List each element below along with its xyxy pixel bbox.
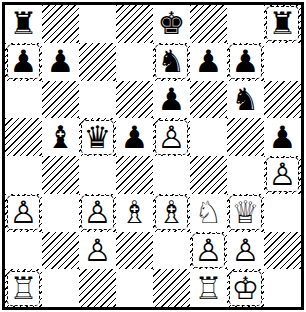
square-b8[interactable] [42, 5, 79, 43]
white-rook: ♖ [7, 271, 41, 306]
square-c6[interactable] [79, 81, 116, 119]
black-knight: ♞ [155, 44, 189, 79]
square-c5[interactable]: ♛ [79, 118, 116, 156]
square-f1[interactable]: ♖ [190, 269, 227, 307]
square-g4[interactable] [227, 156, 264, 194]
square-d7[interactable] [116, 43, 153, 81]
square-e6[interactable]: ♟ [153, 81, 190, 119]
square-c8[interactable] [79, 5, 116, 43]
square-g2[interactable]: ♙ [227, 232, 264, 270]
white-pawn: ♙ [266, 157, 300, 192]
white-pawn: ♙ [232, 235, 260, 266]
square-e5[interactable]: ♙ [153, 118, 190, 156]
square-h6[interactable] [264, 81, 301, 119]
square-f7[interactable]: ♟ [190, 43, 227, 81]
square-d5[interactable]: ♟ [116, 118, 153, 156]
square-g3[interactable]: ♕ [227, 194, 264, 232]
square-d8[interactable] [116, 5, 153, 43]
square-f4[interactable] [190, 156, 227, 194]
square-f8[interactable] [190, 5, 227, 43]
square-f3[interactable]: ♘ [190, 194, 227, 232]
square-h2[interactable] [264, 232, 301, 270]
black-knight: ♞ [232, 84, 260, 115]
square-d6[interactable] [116, 81, 153, 119]
square-b1[interactable] [42, 269, 79, 307]
square-f2[interactable]: ♙ [190, 232, 227, 270]
black-rook: ♜ [266, 6, 300, 41]
square-g8[interactable] [227, 5, 264, 43]
square-d4[interactable] [116, 156, 153, 194]
chess-diagram: ♜♚♜♟♟♞♟♟♟♞♝♛♟♙♟♙♙♙♗♗♘♕♙♙♙♖♖♔ [0, 0, 306, 312]
square-a1[interactable]: ♖ [5, 269, 42, 307]
black-pawn: ♟ [158, 84, 186, 115]
square-a6[interactable] [5, 81, 42, 119]
black-pawn: ♟ [121, 122, 149, 153]
square-c3[interactable]: ♙ [79, 194, 116, 232]
white-bishop: ♗ [155, 195, 189, 230]
square-e3[interactable]: ♗ [153, 194, 190, 232]
white-knight: ♘ [195, 197, 223, 228]
black-pawn: ♟ [7, 44, 41, 79]
square-e2[interactable] [153, 232, 190, 270]
square-c4[interactable] [79, 156, 116, 194]
square-d3[interactable]: ♗ [116, 194, 153, 232]
square-d1[interactable] [116, 269, 153, 307]
square-h5[interactable]: ♟ [264, 118, 301, 156]
square-f6[interactable] [190, 81, 227, 119]
square-e8[interactable]: ♚ [153, 5, 190, 43]
black-pawn: ♟ [47, 46, 75, 77]
square-g1[interactable]: ♔ [227, 269, 264, 307]
square-h8[interactable]: ♜ [264, 5, 301, 43]
white-bishop: ♗ [121, 197, 149, 228]
square-a4[interactable] [5, 156, 42, 194]
white-pawn: ♙ [7, 195, 41, 230]
square-c2[interactable]: ♙ [79, 232, 116, 270]
square-a5[interactable] [5, 118, 42, 156]
black-bishop: ♝ [47, 122, 75, 153]
black-queen: ♛ [81, 120, 115, 155]
square-h7[interactable] [264, 43, 301, 81]
square-d2[interactable] [116, 232, 153, 270]
square-h4[interactable]: ♙ [264, 156, 301, 194]
white-rook: ♖ [195, 273, 223, 304]
square-c7[interactable] [79, 43, 116, 81]
square-b7[interactable]: ♟ [42, 43, 79, 81]
square-e7[interactable]: ♞ [153, 43, 190, 81]
black-pawn: ♟ [269, 122, 297, 153]
black-pawn: ♟ [195, 46, 223, 77]
square-b6[interactable] [42, 81, 79, 119]
white-pawn: ♙ [84, 235, 112, 266]
square-e1[interactable] [153, 269, 190, 307]
square-a2[interactable] [5, 232, 42, 270]
square-b2[interactable] [42, 232, 79, 270]
square-g5[interactable] [227, 118, 264, 156]
square-g6[interactable]: ♞ [227, 81, 264, 119]
chess-board: ♜♚♜♟♟♞♟♟♟♞♝♛♟♙♟♙♙♙♗♗♘♕♙♙♙♖♖♔ [5, 5, 301, 307]
white-pawn: ♙ [81, 195, 115, 230]
black-pawn: ♟ [229, 44, 263, 79]
square-c1[interactable] [79, 269, 116, 307]
square-h1[interactable] [264, 269, 301, 307]
white-pawn: ♙ [155, 120, 189, 155]
square-b4[interactable] [42, 156, 79, 194]
square-f5[interactable] [190, 118, 227, 156]
white-king: ♔ [229, 271, 263, 306]
square-b3[interactable] [42, 194, 79, 232]
square-e4[interactable] [153, 156, 190, 194]
square-h3[interactable] [264, 194, 301, 232]
black-king: ♚ [158, 8, 186, 39]
square-a3[interactable]: ♙ [5, 194, 42, 232]
square-a7[interactable]: ♟ [5, 43, 42, 81]
square-g7[interactable]: ♟ [227, 43, 264, 81]
square-a8[interactable]: ♜ [5, 5, 42, 43]
white-queen: ♕ [229, 195, 263, 230]
board-frame: ♜♚♜♟♟♞♟♟♟♞♝♛♟♙♟♙♙♙♗♗♘♕♙♙♙♖♖♔ [2, 2, 304, 310]
square-b5[interactable]: ♝ [42, 118, 79, 156]
black-rook: ♜ [10, 8, 38, 39]
white-pawn: ♙ [192, 233, 226, 268]
